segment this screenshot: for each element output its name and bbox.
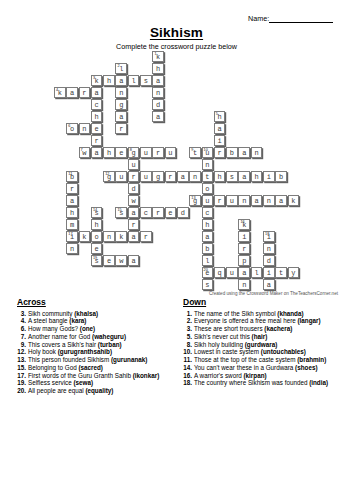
grid-cell[interactable]: a (202, 231, 214, 242)
grid-cell[interactable]: a (91, 87, 103, 98)
name-blank-field[interactable] (269, 14, 333, 23)
cell-number: 14 (93, 208, 97, 212)
grid-cell[interactable]: b (202, 243, 214, 254)
cell-letter: s (230, 174, 234, 181)
clue-item: 13.This person founded Sikhism (gurunana… (17, 356, 183, 364)
grid-cell[interactable]: 14s (91, 207, 103, 218)
cell-number: 2 (117, 64, 119, 68)
grid-cell[interactable]: n (79, 123, 91, 134)
clue-item: 6.How many Gods? (one) (17, 325, 183, 333)
clue-number: 15. (17, 364, 26, 372)
cell-letter: a (131, 234, 135, 241)
grid-cell[interactable]: r (66, 183, 78, 194)
grid-cell[interactable]: l (251, 267, 263, 278)
cell-number: 3 (93, 76, 95, 80)
cell-letter: r (95, 138, 99, 145)
grid-cell[interactable]: a (275, 195, 287, 206)
cell-letter: c (144, 210, 148, 217)
grid-cell[interactable]: a (152, 75, 164, 86)
cell-letter: n (119, 90, 123, 97)
cell-letter: a (156, 78, 160, 85)
clue-number: 11. (183, 356, 192, 364)
grid-cell[interactable]: c (91, 99, 103, 110)
clue-item: 2.Everyone is offered a free meal here (… (183, 317, 347, 325)
grid-cell[interactable]: n (263, 243, 275, 254)
grid-cell[interactable]: a (177, 171, 189, 182)
grid-cell[interactable]: u (165, 147, 177, 158)
grid-cell[interactable]: 13g (189, 195, 201, 206)
grid-cell[interactable]: e (91, 123, 103, 134)
grid-cell[interactable]: 20e (202, 267, 214, 278)
grid-cell[interactable]: s (140, 75, 152, 86)
cell-number: 10 (204, 148, 208, 152)
cell-letter: k (58, 90, 62, 97)
grid-cell[interactable]: a (128, 207, 140, 218)
grid-cell[interactable]: 9t (189, 147, 201, 158)
page-subtitle: Complete the crossword puzzle below (0, 42, 353, 51)
cell-letter: l (205, 258, 209, 265)
cell-letter: s (205, 282, 209, 289)
clue-number: 18. (183, 379, 192, 387)
cell-letter: o (95, 234, 99, 241)
grid-cell[interactable]: r (214, 195, 226, 206)
clue-text: Selfless service (sewa) (28, 379, 93, 387)
cell-letter: d (267, 258, 271, 265)
cell-letter: r (218, 150, 222, 157)
cell-number: 6 (68, 124, 70, 128)
cell-letter: a (254, 198, 258, 205)
grid-cell[interactable]: h (152, 63, 164, 74)
down-clue-list: 1.The name of the Sikh symbol (khanda)2.… (183, 310, 347, 388)
cell-letter: a (95, 90, 99, 97)
cell-letter: a (70, 198, 74, 205)
grid-cell[interactable]: y (288, 267, 300, 278)
grid-cell[interactable]: c (140, 207, 152, 218)
cell-letter: e (168, 210, 172, 217)
grid-cell[interactable]: c (202, 207, 214, 218)
cell-letter: a (119, 114, 123, 121)
grid-cell[interactable]: u (115, 171, 127, 182)
clue-item: 10.Lowest in caste system (untouchables) (183, 348, 347, 356)
grid-cell[interactable]: r (165, 171, 177, 182)
down-heading: Down (183, 297, 347, 307)
cell-letter: o (205, 186, 209, 193)
grid-cell[interactable]: i (263, 267, 275, 278)
cell-letter: r (144, 234, 148, 241)
clue-item: 7.Another name for God (waheguru) (17, 333, 183, 341)
cell-letter: e (95, 246, 99, 253)
grid-cell[interactable]: n (263, 195, 275, 206)
clue-answer: (kirpan) (244, 372, 267, 379)
grid-cell[interactable]: a (115, 75, 127, 86)
cell-letter: r (218, 198, 222, 205)
clue-answer: (brahmin) (297, 356, 326, 363)
cell-letter: r (156, 150, 160, 157)
cell-letter: h (205, 222, 209, 229)
grid-cell[interactable]: d (128, 183, 140, 194)
grid-cell[interactable]: n (238, 279, 250, 290)
clue-answer: (turban) (98, 341, 122, 348)
cell-letter: h (218, 114, 222, 121)
grid-cell[interactable]: h (251, 171, 263, 182)
across-heading: Across (17, 297, 183, 307)
grid-cell[interactable]: r (214, 147, 226, 158)
cell-letter: w (131, 198, 135, 205)
clue-number: 5. (183, 333, 192, 341)
clue-text: A steel bangle (kara) (28, 317, 86, 325)
grid-cell[interactable]: 11b (66, 171, 78, 182)
grid-cell[interactable]: e (103, 255, 115, 266)
grid-cell[interactable]: a (251, 195, 263, 206)
grid-cell[interactable]: r (238, 243, 250, 254)
clue-number: 17. (17, 372, 26, 380)
grid-cell[interactable]: w (128, 195, 140, 206)
grid-cell[interactable]: n (238, 195, 250, 206)
grid-cell[interactable]: u (140, 147, 152, 158)
clue-text: Sikh's never cut this (hair) (194, 333, 267, 341)
cell-letter: a (119, 78, 123, 85)
grid-cell[interactable]: h (66, 207, 78, 218)
grid-cell[interactable]: 3k (91, 75, 103, 86)
cell-number: 13 (191, 196, 195, 200)
grid-cell[interactable]: n (152, 87, 164, 98)
grid-cell[interactable]: e (115, 147, 127, 158)
cell-letter: a (242, 270, 246, 277)
grid-cell[interactable]: r (115, 123, 127, 134)
grid-cell[interactable]: 17i (66, 231, 78, 242)
cell-number: 20 (204, 268, 208, 272)
grid-cell[interactable]: a (238, 147, 250, 158)
grid-cell[interactable]: u (140, 171, 152, 182)
grid-cell[interactable]: p (238, 255, 250, 266)
grid-cell[interactable]: a (128, 231, 140, 242)
grid-cell[interactable]: a (238, 267, 250, 278)
grid-cell[interactable]: r (152, 147, 164, 158)
clue-number: 3. (17, 310, 26, 318)
clue-answer: (khanda) (277, 310, 303, 317)
cell-letter: k (156, 54, 160, 61)
cell-letter: r (242, 246, 246, 253)
cell-letter: n (156, 90, 160, 97)
grid-cell[interactable]: a (128, 255, 140, 266)
clue-number: 10. (183, 348, 192, 356)
clue-number: 19. (17, 379, 26, 387)
clue-text: Another name for God (waheguru) (28, 333, 126, 341)
cell-number: 16 (240, 220, 244, 224)
cell-letter: i (218, 138, 222, 145)
grid-cell[interactable]: i (214, 135, 226, 146)
grid-cell[interactable]: a (66, 87, 78, 98)
cell-letter: a (156, 114, 160, 121)
cell-letter: n (254, 150, 258, 157)
clue-text: Sikh community (khalsa) (28, 310, 98, 318)
clue-answer: (kara) (69, 317, 86, 324)
clues-section: Across 3.Sikh community (khalsa)4.A stee… (17, 297, 347, 395)
grid-cell[interactable]: 5h (214, 111, 226, 122)
grid-cell[interactable]: d (152, 99, 164, 110)
cell-letter: q (218, 270, 222, 277)
clue-answer: (hair) (252, 333, 268, 340)
cell-letter: e (95, 126, 99, 133)
grid-cell[interactable]: e (91, 243, 103, 254)
worksheet-page: Name: Sikhism Complete the crossword puz… (0, 0, 353, 500)
clue-answer: (sacred) (78, 364, 103, 371)
cell-letter: u (230, 270, 234, 277)
clue-item: 9.This covers a Sikh's hair (turban) (17, 341, 183, 349)
cell-letter: a (242, 150, 246, 157)
grid-cell[interactable]: b (226, 147, 238, 158)
clue-answer: (one) (80, 325, 95, 332)
grid-cell[interactable]: r (152, 207, 164, 218)
cell-letter: d (131, 186, 135, 193)
clue-text: Lowest in caste system (untouchables) (194, 348, 306, 356)
cell-letter: r (131, 222, 135, 229)
grid-cell[interactable]: 19s (91, 255, 103, 266)
clue-text: These are short trousers (kachera) (194, 325, 292, 333)
cell-letter: b (205, 246, 209, 253)
cell-letter: a (267, 282, 271, 289)
grid-cell[interactable]: l (202, 255, 214, 266)
cell-letter: n (82, 126, 86, 133)
cell-letter: h (107, 150, 111, 157)
grid-cell[interactable]: a (115, 111, 127, 122)
grid-cell[interactable]: 1k (152, 51, 164, 62)
cell-letter: u (168, 150, 172, 157)
grid-cell[interactable]: w (115, 255, 127, 266)
grid-cell[interactable]: n (115, 87, 127, 98)
grid-cell[interactable]: n (66, 243, 78, 254)
cell-letter: h (95, 114, 99, 121)
clue-answer: (sewa) (74, 379, 94, 386)
grid-cell[interactable]: u (226, 267, 238, 278)
grid-cell[interactable]: r (79, 87, 91, 98)
cell-letter: n (107, 234, 111, 241)
clue-answer: (ikonkar) (133, 372, 160, 379)
cell-letter: t (205, 174, 209, 181)
grid-cell[interactable]: t (275, 267, 287, 278)
cell-letter: e (119, 150, 123, 157)
clue-item: 12.Holy book (gurugranthsahib) (17, 348, 183, 356)
cell-letter: h (70, 210, 74, 217)
clue-number: 13. (17, 356, 26, 364)
cell-number: 5 (216, 112, 218, 116)
grid-cell[interactable]: i (263, 171, 275, 182)
cell-letter: a (242, 174, 246, 181)
grid-cell[interactable]: n (202, 159, 214, 170)
grid-cell[interactable]: 10u (202, 147, 214, 158)
clue-item: 8.Sikh holy building (gurdwara) (183, 341, 347, 349)
cell-letter: u (230, 198, 234, 205)
clue-answer: (kachera) (264, 325, 292, 332)
grid-cell[interactable]: h (91, 219, 103, 230)
cell-letter: h (95, 222, 99, 229)
clue-answer: (waheguru) (92, 333, 126, 340)
cell-letter: a (181, 174, 185, 181)
clue-number: 4. (17, 317, 26, 325)
cell-letter: r (156, 210, 160, 217)
clue-text: All people are equal (equality) (28, 387, 113, 395)
grid-cell[interactable]: 12g (103, 171, 115, 182)
grid-cell[interactable]: 16k (238, 219, 250, 230)
across-clue-list: 3.Sikh community (khalsa)4.A steel bangl… (17, 310, 183, 395)
cell-letter: o (70, 126, 74, 133)
grid-cell[interactable]: h (202, 219, 214, 230)
grid-cell[interactable]: d (177, 207, 189, 218)
clue-text: Those at the top of the caste system (br… (194, 356, 326, 364)
grid-cell[interactable]: g (152, 171, 164, 182)
grid-cell[interactable]: h (103, 147, 115, 158)
clue-answer: (shoes) (295, 364, 317, 371)
clue-answer: (untouchables) (261, 348, 306, 355)
grid-cell[interactable]: n (189, 171, 201, 182)
cell-letter: g (156, 174, 160, 181)
clue-number: 16. (183, 372, 192, 380)
clue-text: This person founded Sikhism (gurunanak) (28, 356, 147, 364)
clue-text: First words of the Guru Granth Sahib (ik… (28, 372, 159, 380)
clue-answer: (langar) (298, 317, 321, 324)
clue-answer: (gurugranthsahib) (58, 348, 112, 355)
cell-letter: a (131, 258, 135, 265)
grid-cell[interactable]: 4k (54, 87, 66, 98)
cell-letter: d (156, 102, 160, 109)
grid-cell[interactable]: h (214, 171, 226, 182)
grid-cell[interactable]: o (202, 183, 214, 194)
clue-text: You can't wear these in a Gurdwara (shoe… (194, 364, 318, 372)
grid-cell[interactable]: r (128, 171, 140, 182)
grid-cell[interactable]: 8g (128, 147, 140, 158)
cell-letter: n (70, 246, 74, 253)
grid-cell[interactable]: 18i (263, 231, 275, 242)
cell-letter: h (254, 174, 258, 181)
cell-letter: k (82, 234, 86, 241)
grid-cell[interactable]: r (128, 219, 140, 230)
grid-cell[interactable]: g (115, 99, 127, 110)
across-clues-column: Across 3.Sikh community (khalsa)4.A stee… (17, 297, 183, 395)
cell-letter: c (205, 210, 209, 217)
cell-number: 9 (191, 148, 193, 152)
cell-number: 1 (154, 52, 156, 56)
clue-text: A warrior's sword (kirpan) (194, 372, 267, 380)
credit-text: Created using the Crossword Maker on The… (209, 291, 338, 296)
grid-cell[interactable]: h (103, 75, 115, 86)
cell-letter: a (279, 198, 283, 205)
grid-cell[interactable]: u (202, 195, 214, 206)
cell-letter: k (95, 78, 99, 85)
cell-letter: n (205, 162, 209, 169)
cell-letter: a (70, 90, 74, 97)
grid-cell[interactable]: q (214, 267, 226, 278)
cell-letter: y (291, 270, 295, 277)
grid-cell[interactable]: k (79, 231, 91, 242)
grid-cell[interactable]: n (103, 231, 115, 242)
cell-letter: a (131, 210, 135, 217)
clue-number: 9. (17, 341, 26, 349)
grid-cell[interactable]: 15s (115, 207, 127, 218)
grid-cell[interactable]: h (91, 111, 103, 122)
grid-cell[interactable]: a (91, 147, 103, 158)
grid-cell[interactable]: n (251, 147, 263, 158)
grid-cell[interactable]: s (226, 171, 238, 182)
cell-letter: a (218, 126, 222, 133)
cell-letter: m (70, 222, 74, 229)
cell-letter: h (107, 78, 111, 85)
cell-letter: b (230, 150, 234, 157)
cell-letter: b (279, 174, 283, 181)
clue-text: Holy book (gurugranthsahib) (28, 348, 112, 356)
cell-letter: r (82, 90, 86, 97)
clue-answer: (equality) (85, 387, 113, 394)
cell-letter: i (242, 234, 246, 241)
cell-letter: l (119, 66, 123, 73)
clue-number: 6. (17, 325, 26, 333)
cell-letter: n (267, 198, 271, 205)
grid-cell[interactable]: u (226, 195, 238, 206)
grid-cell[interactable]: o (91, 231, 103, 242)
clue-item: 5.Sikh's never cut this (hair) (183, 333, 347, 341)
cell-letter: a (95, 150, 99, 157)
grid-cell[interactable]: a (152, 111, 164, 122)
grid-cell[interactable]: 6o (66, 123, 78, 134)
cell-letter: r (131, 174, 135, 181)
clue-item: 11.Those at the top of the caste system … (183, 356, 347, 364)
cell-letter: g (131, 150, 135, 157)
cell-letter: w (119, 258, 123, 265)
cell-letter: u (119, 174, 123, 181)
clue-number: 2. (183, 317, 192, 325)
cell-letter: g (119, 102, 123, 109)
clue-answer: (india) (309, 379, 328, 386)
grid-cell[interactable]: a (66, 195, 78, 206)
cell-letter: r (70, 186, 74, 193)
cell-number: 12 (105, 172, 109, 176)
cell-letter: u (205, 198, 209, 205)
grid-cell[interactable]: a (238, 171, 250, 182)
cell-number: 7 (81, 148, 83, 152)
clue-item: 3.Sikh community (khalsa) (17, 310, 183, 318)
grid-cell[interactable]: t (202, 171, 214, 182)
grid-cell[interactable]: s (202, 279, 214, 290)
grid-cell[interactable]: k (115, 231, 127, 242)
grid-cell[interactable]: b (275, 171, 287, 182)
cell-letter: d (181, 210, 185, 217)
grid-cell[interactable]: l (128, 75, 140, 86)
grid-cell[interactable]: i (238, 231, 250, 242)
clue-item: 3.These are short trousers (kachera) (183, 325, 347, 333)
grid-cell[interactable]: m (66, 219, 78, 230)
clue-item: 16.A warrior's sword (kirpan) (183, 372, 347, 380)
grid-cell[interactable]: a (263, 279, 275, 290)
cell-letter: l (254, 270, 258, 277)
grid-cell[interactable]: k (288, 195, 300, 206)
grid-cell[interactable]: 2l (115, 63, 127, 74)
grid-cell[interactable]: 7w (79, 147, 91, 158)
clue-item: 4.A steel bangle (kara) (17, 317, 183, 325)
clue-number: 12. (17, 348, 26, 356)
cell-letter: h (156, 66, 160, 73)
grid-cell[interactable]: r (91, 135, 103, 146)
grid-cell[interactable]: d (263, 255, 275, 266)
clue-number: 1. (183, 310, 192, 318)
name-line: Name: (248, 14, 333, 23)
clue-number: 8. (183, 341, 192, 349)
grid-cell[interactable]: r (140, 231, 152, 242)
cell-number: 8 (130, 148, 132, 152)
grid-cell[interactable]: e (165, 207, 177, 218)
grid-cell[interactable]: a (214, 123, 226, 134)
grid-cell[interactable]: u (128, 159, 140, 170)
clue-number: 14. (183, 364, 192, 372)
cell-number: 18 (265, 232, 269, 236)
